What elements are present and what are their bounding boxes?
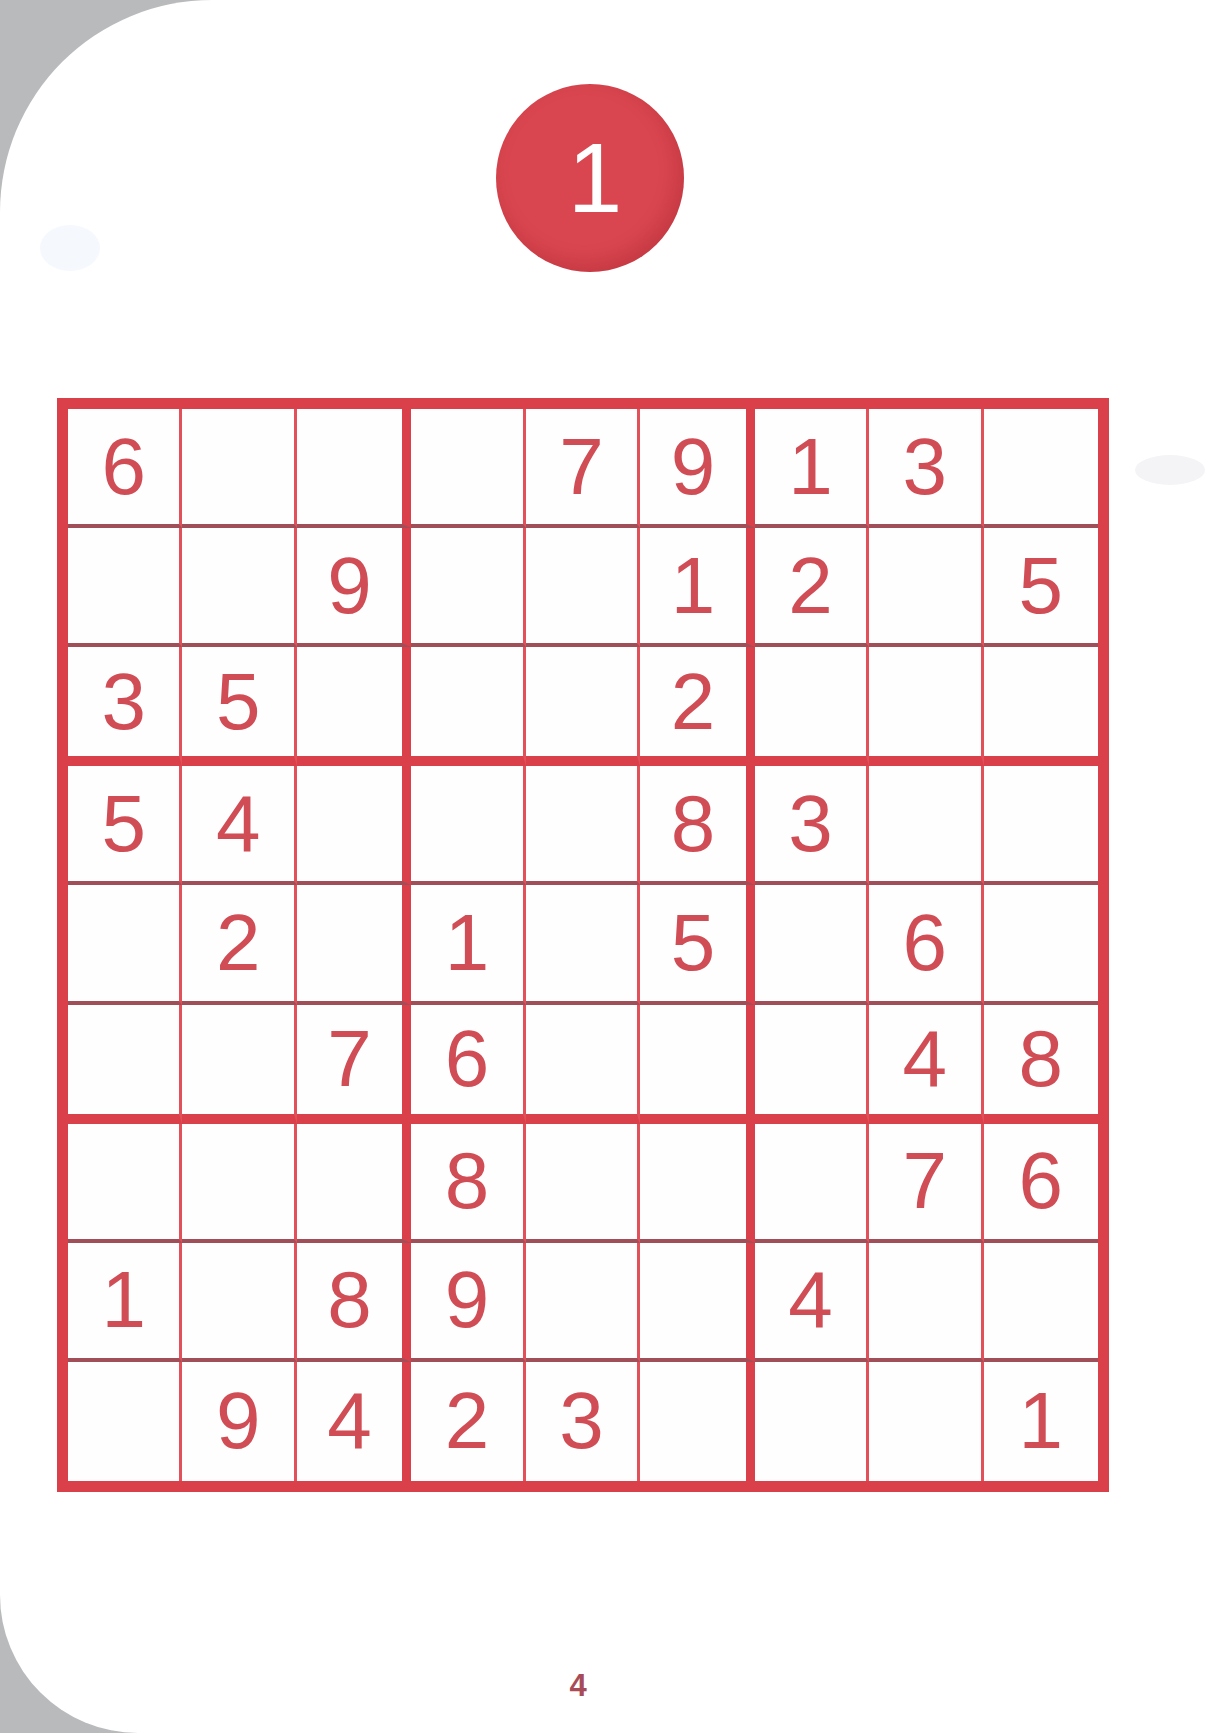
sudoku-cell[interactable] bbox=[182, 1124, 296, 1243]
sudoku-cell[interactable]: 6 bbox=[869, 885, 983, 1004]
sudoku-cell[interactable]: 7 bbox=[297, 1005, 411, 1124]
sudoku-cell[interactable]: 3 bbox=[526, 1362, 640, 1481]
sudoku-cell[interactable] bbox=[411, 528, 525, 647]
sudoku-cell[interactable]: 1 bbox=[411, 885, 525, 1004]
sudoku-cell[interactable] bbox=[755, 647, 869, 766]
sudoku-cell[interactable] bbox=[640, 1005, 754, 1124]
sudoku-cell[interactable]: 7 bbox=[526, 409, 640, 528]
sudoku-cell[interactable]: 9 bbox=[182, 1362, 296, 1481]
sudoku-cell[interactable]: 8 bbox=[640, 766, 754, 885]
sudoku-cell[interactable] bbox=[297, 766, 411, 885]
sudoku-cell[interactable] bbox=[984, 1243, 1098, 1362]
sudoku-cell[interactable] bbox=[68, 528, 182, 647]
sudoku-cell[interactable] bbox=[526, 1005, 640, 1124]
sudoku-cell[interactable]: 1 bbox=[755, 409, 869, 528]
sudoku-cell[interactable] bbox=[984, 885, 1098, 1004]
puzzle-number-badge: 1 bbox=[496, 84, 684, 272]
sudoku-cell[interactable]: 3 bbox=[68, 647, 182, 766]
sudoku-cell[interactable] bbox=[297, 647, 411, 766]
sudoku-cell[interactable]: 9 bbox=[411, 1243, 525, 1362]
sudoku-board: 679139125352548321567648876189494231 bbox=[57, 398, 1109, 1492]
sudoku-cell[interactable] bbox=[68, 1005, 182, 1124]
sudoku-cell[interactable]: 2 bbox=[411, 1362, 525, 1481]
sudoku-cell[interactable] bbox=[182, 528, 296, 647]
sudoku-cell[interactable]: 4 bbox=[182, 766, 296, 885]
sudoku-cell[interactable] bbox=[411, 647, 525, 766]
sudoku-cell[interactable] bbox=[297, 885, 411, 1004]
book-page: 1 679139125352548321567648876189494231 4 bbox=[0, 0, 1225, 1733]
sudoku-cell[interactable]: 8 bbox=[984, 1005, 1098, 1124]
sudoku-cell[interactable] bbox=[182, 1243, 296, 1362]
sudoku-cell[interactable]: 6 bbox=[411, 1005, 525, 1124]
puzzle-number: 1 bbox=[558, 129, 623, 227]
sudoku-cell[interactable] bbox=[984, 409, 1098, 528]
sudoku-cell[interactable] bbox=[526, 885, 640, 1004]
sudoku-cell[interactable] bbox=[755, 1005, 869, 1124]
sudoku-cell[interactable] bbox=[297, 1124, 411, 1243]
sudoku-cell[interactable] bbox=[182, 1005, 296, 1124]
sudoku-cell[interactable]: 9 bbox=[297, 528, 411, 647]
sudoku-cell[interactable] bbox=[182, 409, 296, 528]
sudoku-cell[interactable]: 1 bbox=[640, 528, 754, 647]
sudoku-cell[interactable] bbox=[984, 647, 1098, 766]
sudoku-cell[interactable]: 5 bbox=[182, 647, 296, 766]
sudoku-cell[interactable] bbox=[640, 1243, 754, 1362]
scan-smudge bbox=[40, 225, 100, 271]
sudoku-cell[interactable]: 6 bbox=[984, 1124, 1098, 1243]
sudoku-cell[interactable]: 9 bbox=[640, 409, 754, 528]
sudoku-cell[interactable] bbox=[297, 409, 411, 528]
sudoku-cell[interactable] bbox=[526, 647, 640, 766]
sudoku-cell[interactable]: 2 bbox=[640, 647, 754, 766]
sudoku-cell[interactable] bbox=[755, 1124, 869, 1243]
sudoku-cell[interactable]: 2 bbox=[182, 885, 296, 1004]
sudoku-cell[interactable] bbox=[411, 766, 525, 885]
sudoku-cell[interactable]: 4 bbox=[297, 1362, 411, 1481]
sudoku-cell[interactable]: 2 bbox=[755, 528, 869, 647]
sudoku-cell[interactable] bbox=[869, 1243, 983, 1362]
sudoku-cell[interactable]: 3 bbox=[869, 409, 983, 528]
sudoku-cell[interactable] bbox=[869, 1362, 983, 1481]
sudoku-cell[interactable] bbox=[869, 647, 983, 766]
sudoku-cell[interactable]: 5 bbox=[68, 766, 182, 885]
sudoku-cell[interactable]: 4 bbox=[869, 1005, 983, 1124]
sudoku-cell[interactable] bbox=[411, 409, 525, 528]
sudoku-cell[interactable] bbox=[526, 1243, 640, 1362]
sudoku-cell[interactable] bbox=[755, 1362, 869, 1481]
sudoku-cell[interactable]: 5 bbox=[640, 885, 754, 1004]
sudoku-cell[interactable] bbox=[869, 528, 983, 647]
sudoku-cell[interactable]: 4 bbox=[755, 1243, 869, 1362]
sudoku-cell[interactable]: 5 bbox=[984, 528, 1098, 647]
sudoku-cell[interactable] bbox=[984, 766, 1098, 885]
sudoku-cell[interactable] bbox=[68, 1362, 182, 1481]
sudoku-cell[interactable]: 1 bbox=[984, 1362, 1098, 1481]
sudoku-cell[interactable] bbox=[869, 766, 983, 885]
page-number: 4 bbox=[558, 1668, 598, 1704]
scan-smudge bbox=[1135, 455, 1205, 485]
sudoku-cell[interactable]: 7 bbox=[869, 1124, 983, 1243]
sudoku-cell[interactable] bbox=[526, 1124, 640, 1243]
sudoku-cell[interactable] bbox=[755, 885, 869, 1004]
sudoku-cell[interactable] bbox=[526, 766, 640, 885]
sudoku-cell[interactable] bbox=[640, 1362, 754, 1481]
sudoku-cell[interactable] bbox=[526, 528, 640, 647]
sudoku-cell[interactable] bbox=[68, 885, 182, 1004]
sudoku-cell[interactable]: 1 bbox=[68, 1243, 182, 1362]
sudoku-cell[interactable]: 8 bbox=[297, 1243, 411, 1362]
sudoku-cell[interactable] bbox=[640, 1124, 754, 1243]
sudoku-cell[interactable]: 3 bbox=[755, 766, 869, 885]
sudoku-cell[interactable]: 6 bbox=[68, 409, 182, 528]
sudoku-cell[interactable] bbox=[68, 1124, 182, 1243]
sudoku-cell[interactable]: 8 bbox=[411, 1124, 525, 1243]
